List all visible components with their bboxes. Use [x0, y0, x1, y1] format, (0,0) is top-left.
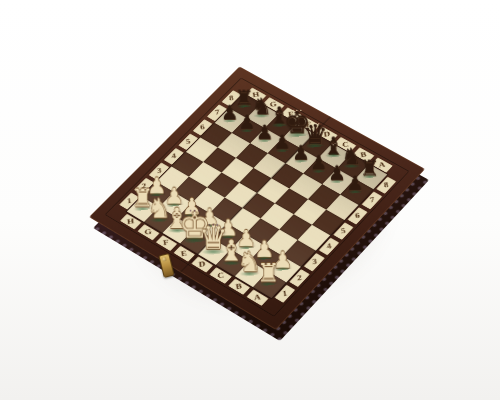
piece-white-rook-a1: ♜ — [257, 262, 280, 285]
file-label-f: F — [156, 235, 178, 251]
rank-label-4: 4 — [318, 237, 339, 255]
piece-black-pawn-e7: ♟ — [274, 134, 292, 152]
piece-black-pawn-a7: ♟ — [347, 175, 365, 193]
piece-black-pawn-b7: ♟ — [328, 164, 346, 182]
piece-black-pawn-d7: ♟ — [292, 144, 310, 162]
piece-black-pawn-f7: ♟ — [256, 124, 273, 142]
chess-set-photo: HGFEDCBA HGFEDCBA 87654321 87654321 ♜♞♝♚… — [0, 0, 500, 400]
square-c6 — [290, 173, 323, 198]
piece-black-pawn-c7: ♟ — [310, 154, 328, 172]
piece-black-pawn-g7: ♟ — [239, 114, 256, 132]
rank-label-8: 8 — [376, 176, 396, 193]
piece-black-pawn-h7: ♟ — [221, 104, 238, 122]
square-f4 — [207, 172, 239, 197]
